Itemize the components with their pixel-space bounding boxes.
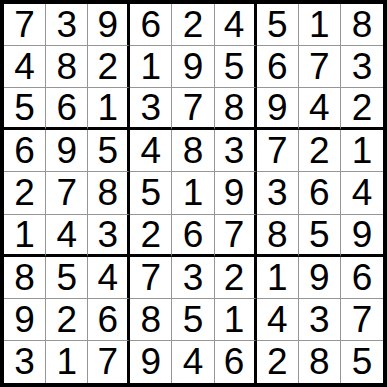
sudoku-cell-r4c4[interactable]: 4 xyxy=(130,130,172,172)
sudoku-cell-r5c5[interactable]: 1 xyxy=(172,172,214,214)
sudoku-cell-r7c9[interactable]: 6 xyxy=(341,257,383,299)
cell-digit: 4 xyxy=(267,301,288,338)
cell-digit: 2 xyxy=(267,343,288,380)
cell-digit: 4 xyxy=(97,259,118,296)
cell-digit: 5 xyxy=(224,48,245,85)
sudoku-cell-r5c6[interactable]: 9 xyxy=(215,172,257,214)
sudoku-cell-r3c3[interactable]: 1 xyxy=(88,88,130,130)
sudoku-cell-r1c2[interactable]: 3 xyxy=(46,4,88,46)
sudoku-cell-r3c7[interactable]: 9 xyxy=(257,88,299,130)
cell-digit: 2 xyxy=(309,132,330,169)
cell-digit: 9 xyxy=(352,216,373,253)
sudoku-cell-r5c4[interactable]: 5 xyxy=(130,172,172,214)
sudoku-cell-r2c7[interactable]: 6 xyxy=(257,46,299,88)
cell-digit: 3 xyxy=(267,174,288,211)
cell-digit: 2 xyxy=(56,301,77,338)
cell-digit: 1 xyxy=(267,259,288,296)
cell-digit: 1 xyxy=(14,216,35,253)
cell-digit: 4 xyxy=(14,48,35,85)
cell-digit: 7 xyxy=(141,259,162,296)
cell-digit: 4 xyxy=(183,343,204,380)
cell-digit: 5 xyxy=(309,216,330,253)
cell-digit: 2 xyxy=(352,89,373,126)
sudoku-cell-r2c3[interactable]: 2 xyxy=(88,46,130,88)
cell-digit: 3 xyxy=(309,301,330,338)
sudoku-cell-r1c7[interactable]: 5 xyxy=(257,4,299,46)
sudoku-cell-r5c8[interactable]: 6 xyxy=(299,172,341,214)
sudoku-cell-r1c6[interactable]: 4 xyxy=(215,4,257,46)
sudoku-cell-r6c4[interactable]: 2 xyxy=(130,215,172,257)
cell-digit: 7 xyxy=(267,132,288,169)
cell-digit: 3 xyxy=(56,6,77,43)
sudoku-cell-r7c3[interactable]: 4 xyxy=(88,257,130,299)
sudoku-cell-r1c8[interactable]: 1 xyxy=(299,4,341,46)
cell-digit: 6 xyxy=(224,343,245,380)
sudoku-cell-r2c4[interactable]: 1 xyxy=(130,46,172,88)
cell-digit: 4 xyxy=(352,174,373,211)
sudoku-cell-r4c3[interactable]: 5 xyxy=(88,130,130,172)
sudoku-cell-r3c9[interactable]: 2 xyxy=(341,88,383,130)
cell-digit: 1 xyxy=(183,174,204,211)
cell-digit: 2 xyxy=(141,216,162,253)
cell-digit: 2 xyxy=(183,6,204,43)
cell-digit: 6 xyxy=(141,6,162,43)
sudoku-cell-r8c9[interactable]: 7 xyxy=(341,299,383,341)
sudoku-cell-r7c4[interactable]: 7 xyxy=(130,257,172,299)
sudoku-cell-r6c3[interactable]: 3 xyxy=(88,215,130,257)
cell-digit: 3 xyxy=(352,48,373,85)
cell-digit: 5 xyxy=(97,132,118,169)
cell-digit: 1 xyxy=(56,343,77,380)
sudoku-cell-r8c2[interactable]: 2 xyxy=(46,299,88,341)
sudoku-cell-r1c4[interactable]: 6 xyxy=(130,4,172,46)
cell-digit: 9 xyxy=(14,301,35,338)
cell-digit: 6 xyxy=(56,89,77,126)
cell-digit: 7 xyxy=(224,216,245,253)
sudoku-cell-r8c6[interactable]: 1 xyxy=(215,299,257,341)
cell-digit: 5 xyxy=(267,6,288,43)
sudoku-cell-r3c2[interactable]: 6 xyxy=(46,88,88,130)
cell-digit: 7 xyxy=(352,301,373,338)
sudoku-cell-r9c6[interactable]: 6 xyxy=(215,341,257,383)
cell-digit: 2 xyxy=(224,259,245,296)
cell-digit: 7 xyxy=(56,174,77,211)
cell-digit: 8 xyxy=(56,48,77,85)
cell-digit: 4 xyxy=(56,216,77,253)
sudoku-cell-r9c8[interactable]: 8 xyxy=(299,341,341,383)
cell-digit: 5 xyxy=(183,301,204,338)
cell-digit: 9 xyxy=(309,259,330,296)
sudoku-cell-r4c7[interactable]: 7 xyxy=(257,130,299,172)
sudoku-cell-r6c1[interactable]: 1 xyxy=(4,215,46,257)
cell-digit: 3 xyxy=(224,132,245,169)
sudoku-cell-r7c7[interactable]: 1 xyxy=(257,257,299,299)
sudoku-cell-r6c2[interactable]: 4 xyxy=(46,215,88,257)
cell-digit: 2 xyxy=(97,48,118,85)
sudoku-cell-r3c8[interactable]: 4 xyxy=(299,88,341,130)
sudoku-cell-r7c8[interactable]: 9 xyxy=(299,257,341,299)
sudoku-cell-r5c9[interactable]: 4 xyxy=(341,172,383,214)
sudoku-cell-r9c2[interactable]: 1 xyxy=(46,341,88,383)
cell-digit: 5 xyxy=(352,343,373,380)
sudoku-cell-r2c5[interactable]: 9 xyxy=(172,46,214,88)
sudoku-cell-r8c5[interactable]: 5 xyxy=(172,299,214,341)
sudoku-cell-r8c3[interactable]: 6 xyxy=(88,299,130,341)
cell-digit: 6 xyxy=(183,216,204,253)
sudoku-cell-r5c1[interactable]: 2 xyxy=(4,172,46,214)
cell-digit: 9 xyxy=(224,174,245,211)
sudoku-cell-r1c3[interactable]: 9 xyxy=(88,4,130,46)
sudoku-cell-r7c5[interactable]: 3 xyxy=(172,257,214,299)
cell-digit: 1 xyxy=(224,301,245,338)
sudoku-cell-r1c1[interactable]: 7 xyxy=(4,4,46,46)
cell-digit: 8 xyxy=(183,132,204,169)
sudoku-cell-r4c2[interactable]: 9 xyxy=(46,130,88,172)
sudoku-cell-r2c8[interactable]: 7 xyxy=(299,46,341,88)
cell-digit: 8 xyxy=(14,259,35,296)
sudoku-cell-r9c5[interactable]: 4 xyxy=(172,341,214,383)
cell-digit: 6 xyxy=(267,48,288,85)
cell-digit: 5 xyxy=(141,174,162,211)
cell-digit: 7 xyxy=(183,89,204,126)
cell-digit: 3 xyxy=(141,89,162,126)
sudoku-cell-r4c1[interactable]: 6 xyxy=(4,130,46,172)
cell-digit: 2 xyxy=(14,174,35,211)
cell-digit: 9 xyxy=(97,6,118,43)
sudoku-cell-r1c9[interactable]: 8 xyxy=(341,4,383,46)
cell-digit: 1 xyxy=(141,48,162,85)
sudoku-cell-r2c6[interactable]: 5 xyxy=(215,46,257,88)
sudoku-board: 7396245184821956735613789426954837212785… xyxy=(0,0,387,387)
cell-digit: 6 xyxy=(352,259,373,296)
sudoku-cell-r8c4[interactable]: 8 xyxy=(130,299,172,341)
sudoku-cell-r2c2[interactable]: 8 xyxy=(46,46,88,88)
sudoku-cell-r7c6[interactable]: 2 xyxy=(215,257,257,299)
cell-digit: 8 xyxy=(352,6,373,43)
cell-digit: 3 xyxy=(183,259,204,296)
cell-digit: 9 xyxy=(56,132,77,169)
sudoku-cell-r6c9[interactable]: 9 xyxy=(341,215,383,257)
sudoku-cell-r7c1[interactable]: 8 xyxy=(4,257,46,299)
sudoku-cell-r6c5[interactable]: 6 xyxy=(172,215,214,257)
cell-digit: 1 xyxy=(97,89,118,126)
sudoku-cell-r3c5[interactable]: 7 xyxy=(172,88,214,130)
sudoku-cell-r4c8[interactable]: 2 xyxy=(299,130,341,172)
cell-digit: 7 xyxy=(97,343,118,380)
cell-digit: 6 xyxy=(14,132,35,169)
cell-digit: 8 xyxy=(267,216,288,253)
sudoku-cell-r4c9[interactable]: 1 xyxy=(341,130,383,172)
cell-digit: 6 xyxy=(309,174,330,211)
cell-digit: 4 xyxy=(224,6,245,43)
sudoku-cell-r1c5[interactable]: 2 xyxy=(172,4,214,46)
sudoku-cell-r6c6[interactable]: 7 xyxy=(215,215,257,257)
sudoku-cell-r2c9[interactable]: 3 xyxy=(341,46,383,88)
cell-digit: 1 xyxy=(309,6,330,43)
cell-digit: 8 xyxy=(97,174,118,211)
cell-digit: 6 xyxy=(97,301,118,338)
cell-digit: 8 xyxy=(224,89,245,126)
sudoku-cell-r5c7[interactable]: 3 xyxy=(257,172,299,214)
cell-digit: 7 xyxy=(14,6,35,43)
cell-digit: 5 xyxy=(14,89,35,126)
sudoku-cell-r3c6[interactable]: 8 xyxy=(215,88,257,130)
sudoku-cell-r9c9[interactable]: 5 xyxy=(341,341,383,383)
cell-digit: 8 xyxy=(141,301,162,338)
sudoku-cell-r8c1[interactable]: 9 xyxy=(4,299,46,341)
sudoku-cell-r8c8[interactable]: 3 xyxy=(299,299,341,341)
sudoku-cell-r9c3[interactable]: 7 xyxy=(88,341,130,383)
sudoku-cell-r9c7[interactable]: 2 xyxy=(257,341,299,383)
sudoku-cell-r9c1[interactable]: 3 xyxy=(4,341,46,383)
cell-digit: 9 xyxy=(267,89,288,126)
cell-digit: 7 xyxy=(309,48,330,85)
cell-digit: 4 xyxy=(141,132,162,169)
sudoku-cell-r6c8[interactable]: 5 xyxy=(299,215,341,257)
sudoku-cell-r4c6[interactable]: 3 xyxy=(215,130,257,172)
cell-digit: 5 xyxy=(56,259,77,296)
cell-digit: 8 xyxy=(309,343,330,380)
sudoku-cell-r4c5[interactable]: 8 xyxy=(172,130,214,172)
cell-digit: 3 xyxy=(14,343,35,380)
cell-digit: 1 xyxy=(352,132,373,169)
sudoku-cell-r5c2[interactable]: 7 xyxy=(46,172,88,214)
sudoku-cell-r2c1[interactable]: 4 xyxy=(4,46,46,88)
cell-digit: 4 xyxy=(309,89,330,126)
sudoku-cell-r6c7[interactable]: 8 xyxy=(257,215,299,257)
cell-digit: 9 xyxy=(141,343,162,380)
sudoku-cell-r3c4[interactable]: 3 xyxy=(130,88,172,130)
sudoku-cell-r8c7[interactable]: 4 xyxy=(257,299,299,341)
sudoku-cell-r7c2[interactable]: 5 xyxy=(46,257,88,299)
sudoku-cell-r3c1[interactable]: 5 xyxy=(4,88,46,130)
cell-digit: 3 xyxy=(97,216,118,253)
cell-digit: 9 xyxy=(183,48,204,85)
sudoku-cell-r5c3[interactable]: 8 xyxy=(88,172,130,214)
sudoku-cell-r9c4[interactable]: 9 xyxy=(130,341,172,383)
